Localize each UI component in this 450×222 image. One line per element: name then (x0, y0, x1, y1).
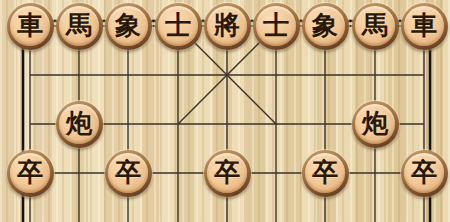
piece-glyph: 象 (115, 12, 141, 38)
piece-black-elephant[interactable]: 象 (302, 3, 349, 50)
piece-face: 卒 (10, 153, 50, 193)
piece-black-soldier[interactable]: 卒 (204, 150, 251, 197)
piece-glyph: 馬 (66, 12, 92, 38)
piece-face: 士 (256, 6, 296, 46)
piece-face: 卒 (207, 153, 247, 193)
piece-glyph: 炮 (66, 110, 92, 136)
piece-face: 象 (108, 6, 148, 46)
piece-glyph: 象 (312, 12, 338, 38)
piece-black-horse[interactable]: 馬 (352, 3, 399, 50)
piece-black-advisor[interactable]: 士 (155, 3, 202, 50)
xiangqi-board[interactable]: 車馬象士將士象馬車炮炮卒卒卒卒卒 (0, 0, 450, 222)
piece-black-horse[interactable]: 馬 (56, 3, 103, 50)
piece-black-advisor[interactable]: 士 (253, 3, 300, 50)
piece-face: 卒 (305, 153, 345, 193)
piece-glyph: 卒 (411, 159, 437, 185)
piece-face: 馬 (355, 6, 395, 46)
piece-glyph: 炮 (362, 110, 388, 136)
piece-face: 士 (158, 6, 198, 46)
piece-glyph: 車 (411, 12, 437, 38)
piece-glyph: 馬 (362, 12, 388, 38)
piece-black-soldier[interactable]: 卒 (302, 150, 349, 197)
piece-glyph: 士 (165, 12, 191, 38)
piece-face: 象 (305, 6, 345, 46)
piece-black-elephant[interactable]: 象 (105, 3, 152, 50)
piece-face: 將 (207, 6, 247, 46)
piece-glyph: 卒 (115, 159, 141, 185)
piece-glyph: 卒 (312, 159, 338, 185)
piece-black-cannon[interactable]: 炮 (56, 101, 103, 148)
piece-glyph: 士 (263, 12, 289, 38)
piece-face: 炮 (355, 104, 395, 144)
piece-glyph: 將 (214, 12, 240, 38)
piece-glyph: 車 (17, 12, 43, 38)
piece-black-soldier[interactable]: 卒 (7, 150, 54, 197)
piece-black-soldier[interactable]: 卒 (105, 150, 152, 197)
piece-glyph: 卒 (17, 159, 43, 185)
piece-face: 馬 (59, 6, 99, 46)
piece-black-general[interactable]: 將 (204, 3, 251, 50)
piece-black-soldier[interactable]: 卒 (401, 150, 448, 197)
piece-glyph: 卒 (214, 159, 240, 185)
piece-face: 卒 (404, 153, 444, 193)
piece-black-chariot[interactable]: 車 (401, 3, 448, 50)
piece-face: 卒 (108, 153, 148, 193)
piece-black-cannon[interactable]: 炮 (352, 101, 399, 148)
piece-face: 炮 (59, 104, 99, 144)
piece-face: 車 (10, 6, 50, 46)
piece-face: 車 (404, 6, 444, 46)
piece-black-chariot[interactable]: 車 (7, 3, 54, 50)
